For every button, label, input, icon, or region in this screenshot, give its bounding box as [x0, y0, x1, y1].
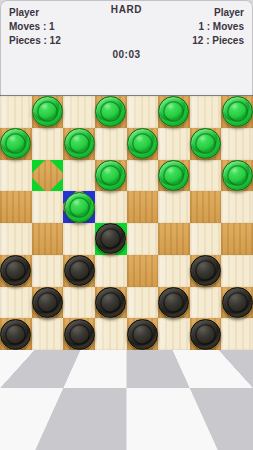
square-r5c0[interactable]: [0, 255, 32, 287]
toolbar: Home Settings: [0, 371, 253, 409]
square-r4c4: [127, 223, 159, 255]
square-r1c3: [95, 128, 127, 160]
undo-icon: [214, 375, 229, 390]
green-piece[interactable]: [222, 96, 253, 127]
square-r6c2: [63, 287, 95, 319]
square-r5c4[interactable]: [127, 255, 159, 287]
square-r6c1[interactable]: [32, 287, 64, 319]
square-r4c2: [63, 223, 95, 255]
square-r6c0: [0, 287, 32, 319]
square-r4c0: [0, 223, 32, 255]
square-r1c4[interactable]: [127, 128, 159, 160]
square-r7c4[interactable]: [127, 318, 159, 350]
black-piece[interactable]: [0, 255, 31, 286]
checkers-board: [0, 96, 253, 350]
green-piece[interactable]: [158, 160, 189, 191]
square-r0c5[interactable]: [158, 96, 190, 128]
settings-button-label: Settings: [77, 399, 113, 409]
square-r2c5[interactable]: [158, 160, 190, 192]
green-piece[interactable]: [95, 160, 126, 191]
undo-button-label: Undo: [210, 399, 233, 409]
square-r1c2[interactable]: [63, 128, 95, 160]
square-r3c1: [32, 191, 64, 223]
square-r6c3[interactable]: [95, 287, 127, 319]
square-r0c0: [0, 96, 32, 128]
square-r0c1[interactable]: [32, 96, 64, 128]
square-r2c4: [127, 160, 159, 192]
square-r4c3[interactable]: [95, 223, 127, 255]
square-r0c3[interactable]: [95, 96, 127, 128]
header: Player Moves : 1 Pieces : 12 HARD 00:03 …: [0, 0, 253, 96]
square-r4c6: [190, 223, 222, 255]
plus-icon: [151, 375, 166, 390]
square-r6c6: [190, 287, 222, 319]
square-r3c7: [221, 191, 253, 223]
home-icon: [24, 375, 39, 390]
new-game-button[interactable]: New: [147, 371, 170, 409]
black-piece[interactable]: [32, 287, 63, 318]
green-piece[interactable]: [95, 96, 126, 127]
square-r5c2[interactable]: [63, 255, 95, 287]
gear-icon: [87, 375, 102, 390]
game-timer: 00:03: [0, 49, 253, 60]
new-game-button-label: New: [149, 399, 167, 409]
square-r7c0[interactable]: [0, 318, 32, 350]
square-r0c4: [127, 96, 159, 128]
square-r2c7[interactable]: [221, 160, 253, 192]
square-r3c2[interactable]: [63, 191, 95, 223]
square-r5c3: [95, 255, 127, 287]
square-r0c2: [63, 96, 95, 128]
undo-button[interactable]: Undo: [210, 371, 233, 409]
square-r7c6[interactable]: [190, 318, 222, 350]
square-r5c5: [158, 255, 190, 287]
green-piece[interactable]: [127, 128, 158, 159]
bottom-bar: [0, 444, 253, 450]
green-piece[interactable]: [222, 160, 253, 191]
green-piece[interactable]: [64, 128, 95, 159]
black-piece[interactable]: [0, 319, 31, 350]
square-r3c6[interactable]: [190, 191, 222, 223]
home-button-tile[interactable]: [20, 371, 43, 394]
square-r5c6[interactable]: [190, 255, 222, 287]
green-piece[interactable]: [32, 96, 63, 127]
square-r1c6[interactable]: [190, 128, 222, 160]
black-piece[interactable]: [190, 255, 221, 286]
green-piece[interactable]: [0, 128, 31, 159]
square-r3c4[interactable]: [127, 191, 159, 223]
square-r4c1[interactable]: [32, 223, 64, 255]
square-r1c7: [221, 128, 253, 160]
home-button[interactable]: Home: [19, 371, 44, 409]
square-r5c7: [221, 255, 253, 287]
black-piece[interactable]: [158, 287, 189, 318]
square-r2c1[interactable]: [32, 160, 64, 192]
new-game-button-tile[interactable]: [147, 371, 170, 394]
right-player-pieces: 12 : Pieces: [192, 34, 244, 48]
square-r7c2[interactable]: [63, 318, 95, 350]
home-button-label: Home: [19, 399, 44, 409]
right-player-moves: 1 : Moves: [192, 20, 244, 34]
green-highlight: [32, 160, 64, 192]
black-piece[interactable]: [95, 223, 126, 254]
square-r7c7: [221, 318, 253, 350]
settings-button[interactable]: Settings: [77, 371, 113, 409]
square-r3c3: [95, 191, 127, 223]
settings-button-tile[interactable]: [83, 371, 106, 394]
square-r7c3: [95, 318, 127, 350]
square-r2c3[interactable]: [95, 160, 127, 192]
square-r7c5: [158, 318, 190, 350]
square-r1c0[interactable]: [0, 128, 32, 160]
square-r0c7[interactable]: [221, 96, 253, 128]
square-r0c6: [190, 96, 222, 128]
right-player-stats: Player 1 : Moves 12 : Pieces: [192, 6, 244, 48]
square-r2c0: [0, 160, 32, 192]
square-r5c1: [32, 255, 64, 287]
square-r3c5: [158, 191, 190, 223]
black-piece[interactable]: [64, 319, 95, 350]
square-r4c7[interactable]: [221, 223, 253, 255]
green-piece[interactable]: [64, 192, 95, 223]
black-piece[interactable]: [127, 319, 158, 350]
square-r6c4: [127, 287, 159, 319]
footer: Home Settings: [0, 350, 253, 450]
green-piece[interactable]: [158, 96, 189, 127]
square-r4c5[interactable]: [158, 223, 190, 255]
square-r2c6: [190, 160, 222, 192]
square-r1c1: [32, 128, 64, 160]
black-piece[interactable]: [222, 287, 253, 318]
black-piece[interactable]: [64, 255, 95, 286]
green-piece[interactable]: [190, 128, 221, 159]
black-piece[interactable]: [95, 287, 126, 318]
square-r6c7[interactable]: [221, 287, 253, 319]
square-r6c5[interactable]: [158, 287, 190, 319]
square-r3c0[interactable]: [0, 191, 32, 223]
square-r7c1: [32, 318, 64, 350]
square-r2c2: [63, 160, 95, 192]
undo-button-tile[interactable]: [210, 371, 233, 394]
black-piece[interactable]: [190, 319, 221, 350]
checkers-app: Player Moves : 1 Pieces : 12 HARD 00:03 …: [0, 0, 253, 450]
right-player-name: Player: [192, 6, 244, 20]
square-r1c5: [158, 128, 190, 160]
